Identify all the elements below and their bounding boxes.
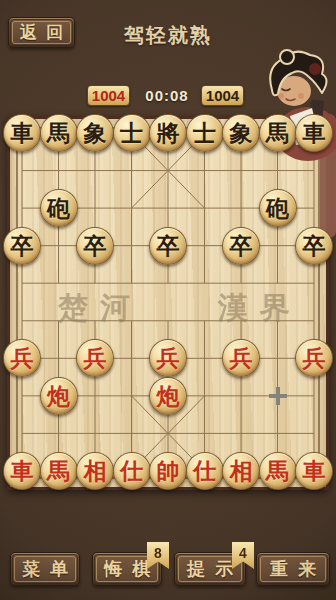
piece-black-車[interactable]: 車: [295, 114, 333, 152]
piece-red-車[interactable]: 車: [295, 452, 333, 490]
piece-black-象[interactable]: 象: [76, 114, 114, 152]
piece-black-士[interactable]: 士: [113, 114, 151, 152]
piece-red-帥[interactable]: 帥: [149, 452, 187, 490]
piece-red-仕[interactable]: 仕: [113, 452, 151, 490]
piece-black-卒[interactable]: 卒: [295, 227, 333, 265]
piece-black-馬[interactable]: 馬: [40, 114, 78, 152]
piece-red-馬[interactable]: 馬: [259, 452, 297, 490]
piece-black-卒[interactable]: 卒: [76, 227, 114, 265]
piece-black-士[interactable]: 士: [186, 114, 224, 152]
piece-black-車[interactable]: 車: [3, 114, 41, 152]
piece-red-兵[interactable]: 兵: [3, 339, 41, 377]
piece-red-相[interactable]: 相: [222, 452, 260, 490]
piece-red-兵[interactable]: 兵: [295, 339, 333, 377]
piece-black-砲[interactable]: 砲: [40, 189, 78, 227]
piece-red-炮[interactable]: 炮: [149, 377, 187, 415]
piece-black-卒[interactable]: 卒: [149, 227, 187, 265]
piece-red-炮[interactable]: 炮: [40, 377, 78, 415]
menu-button[interactable]: 菜单: [10, 552, 80, 586]
piece-red-馬[interactable]: 馬: [40, 452, 78, 490]
restart-button[interactable]: 重来: [256, 552, 330, 586]
piece-red-仕[interactable]: 仕: [186, 452, 224, 490]
piece-red-兵[interactable]: 兵: [76, 339, 114, 377]
piece-black-將[interactable]: 將: [149, 114, 187, 152]
piece-black-卒[interactable]: 卒: [222, 227, 260, 265]
piece-red-兵[interactable]: 兵: [222, 339, 260, 377]
piece-black-卒[interactable]: 卒: [3, 227, 41, 265]
piece-black-馬[interactable]: 馬: [259, 114, 297, 152]
piece-black-象[interactable]: 象: [222, 114, 260, 152]
last-move-marker: [269, 387, 287, 405]
piece-red-兵[interactable]: 兵: [149, 339, 187, 377]
piece-red-相[interactable]: 相: [76, 452, 114, 490]
piece-black-砲[interactable]: 砲: [259, 189, 297, 227]
pieces-layer: 車馬象士將士象馬車砲砲卒卒卒卒卒兵兵兵兵兵炮炮車馬相仕帥仕相馬車: [0, 0, 336, 600]
piece-red-車[interactable]: 車: [3, 452, 41, 490]
xiangqi-app: 返回 驾轻就熟 1004 00:08 1004: [0, 0, 336, 600]
